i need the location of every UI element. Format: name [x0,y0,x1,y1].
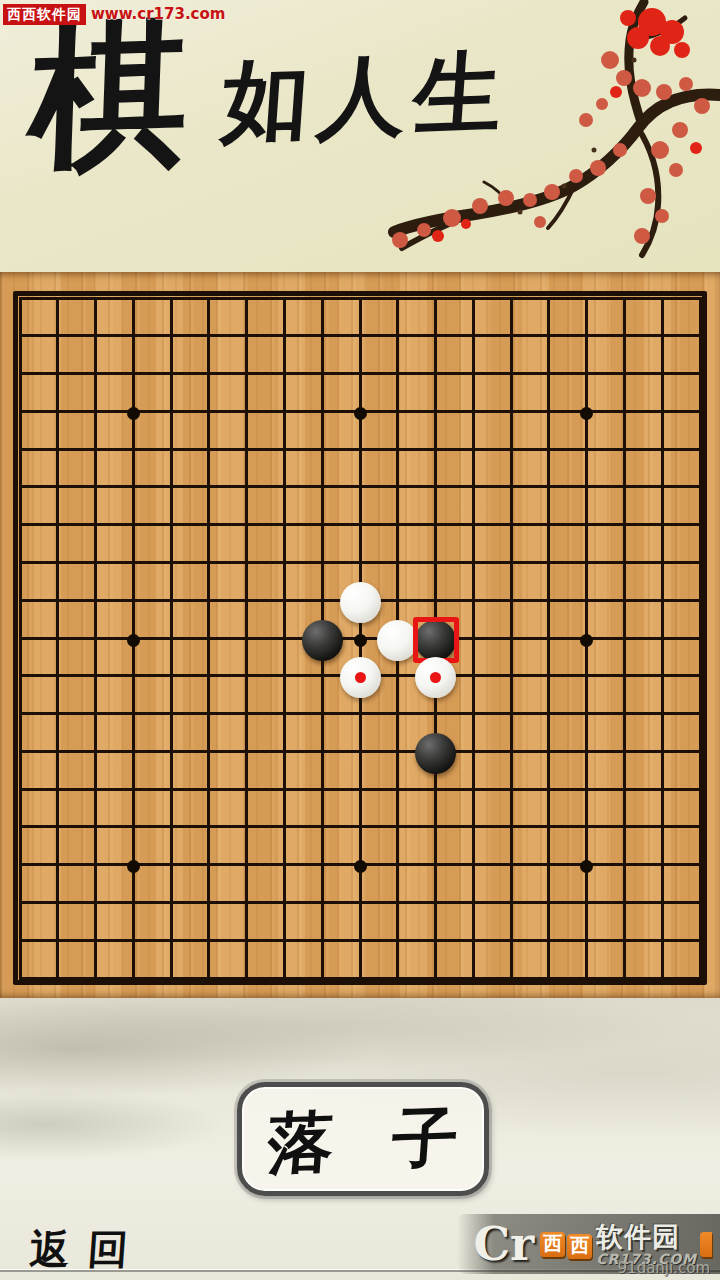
red-dot-marker [355,672,366,683]
site-badge: 西西软件园 [3,4,86,25]
grid-line-horizontal [19,939,702,942]
footer-panel: 落子 返回 Cr 西 西 软件园 CR173.COM 91danji.com [0,998,720,1280]
watermark-cutoff-box [700,1232,712,1257]
red-dot-marker [430,672,441,683]
watermark-box-xi2: 西 [567,1234,592,1259]
star-point [580,407,593,420]
place-stone-label: 落子 [265,1102,518,1177]
header-banner: 西西软件园 www.cr173.com 棋 如人生 [0,0,720,272]
watermark-alt-site: 91danji.com [618,1259,710,1277]
stone-white [340,657,381,698]
grid-line-horizontal [19,825,702,828]
grid-line-horizontal [19,788,702,791]
stone-black [302,620,343,661]
grid-line-horizontal [19,901,702,904]
grid-line-horizontal [19,977,702,980]
go-board[interactable] [0,272,720,998]
watermark-cr-logo: Cr [473,1221,534,1267]
star-point [354,860,367,873]
star-point [127,860,140,873]
last-move-marker [413,617,459,663]
plum-blossom-art [380,0,720,268]
watermark-brand-boxes: 西 西 [540,1232,592,1257]
star-point [127,634,140,647]
grid-line-horizontal [19,750,702,753]
grid-line-vertical [547,297,550,980]
app-screen: 西西软件园 www.cr173.com 棋 如人生 [0,0,720,1280]
star-point [580,634,593,647]
watermark-brand-rest: 软件园 [596,1223,680,1250]
title-calligraphy-qi: 棋 [27,13,190,177]
star-point [354,407,367,420]
grid-line-vertical [661,297,664,980]
star-point [354,634,367,647]
watermark-box-xi1: 西 [540,1232,565,1257]
grid-line-vertical [623,297,626,980]
grid-line-vertical [472,297,475,980]
site-banner: 西西软件园 www.cr173.com [3,4,225,25]
grid-line-vertical [510,297,513,980]
site-url: www.cr173.com [91,5,225,23]
place-stone-button[interactable]: 落子 [237,1082,489,1196]
watermark: Cr 西 西 软件园 CR173.COM 91danji.com [457,1214,720,1274]
star-point [127,407,140,420]
grid-line-vertical [699,297,702,980]
stone-black [415,733,456,774]
grid-line-horizontal [19,712,702,715]
stone-white [340,582,381,623]
